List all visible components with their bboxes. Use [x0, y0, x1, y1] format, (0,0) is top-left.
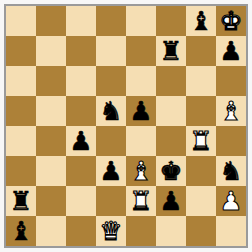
white-rook[interactable]: ♜: [186, 126, 216, 156]
square-b3[interactable]: [36, 156, 66, 186]
square-e7[interactable]: [126, 36, 156, 66]
square-b1[interactable]: [36, 216, 66, 246]
square-c2[interactable]: [66, 186, 96, 216]
white-bishop[interactable]: ♝: [216, 96, 246, 126]
square-c7[interactable]: [66, 36, 96, 66]
black-pawn[interactable]: ♟: [96, 156, 126, 186]
square-g2[interactable]: [186, 186, 216, 216]
square-b7[interactable]: [36, 36, 66, 66]
square-g8[interactable]: ♝: [186, 6, 216, 36]
square-a1[interactable]: ♝: [6, 216, 36, 246]
square-g4[interactable]: ♜: [186, 126, 216, 156]
black-knight[interactable]: ♞: [96, 96, 126, 126]
black-pawn[interactable]: ♟: [156, 186, 186, 216]
white-pawn[interactable]: ♟: [216, 186, 246, 216]
square-c4[interactable]: ♟: [66, 126, 96, 156]
square-c6[interactable]: [66, 66, 96, 96]
square-f3[interactable]: ♚: [156, 156, 186, 186]
square-g7[interactable]: [186, 36, 216, 66]
square-h3[interactable]: ♞: [216, 156, 246, 186]
square-h1[interactable]: [216, 216, 246, 246]
square-e5[interactable]: ♟: [126, 96, 156, 126]
black-knight[interactable]: ♞: [216, 156, 246, 186]
square-d4[interactable]: [96, 126, 126, 156]
black-pawn[interactable]: ♟: [126, 96, 156, 126]
square-h7[interactable]: ♟: [216, 36, 246, 66]
square-e8[interactable]: [126, 6, 156, 36]
square-a6[interactable]: [6, 66, 36, 96]
square-g5[interactable]: [186, 96, 216, 126]
black-rook[interactable]: ♜: [156, 36, 186, 66]
black-rook[interactable]: ♜: [6, 186, 36, 216]
square-d8[interactable]: [96, 6, 126, 36]
square-b5[interactable]: [36, 96, 66, 126]
square-f1[interactable]: [156, 216, 186, 246]
square-a2[interactable]: ♜: [6, 186, 36, 216]
square-f7[interactable]: ♜: [156, 36, 186, 66]
black-pawn[interactable]: ♟: [216, 36, 246, 66]
square-h8[interactable]: ♚: [216, 6, 246, 36]
square-b8[interactable]: [36, 6, 66, 36]
square-h6[interactable]: [216, 66, 246, 96]
white-rook[interactable]: ♜: [126, 186, 156, 216]
black-bishop[interactable]: ♝: [186, 6, 216, 36]
white-bishop[interactable]: ♝: [126, 156, 156, 186]
square-c3[interactable]: [66, 156, 96, 186]
square-h5[interactable]: ♝: [216, 96, 246, 126]
square-e6[interactable]: [126, 66, 156, 96]
square-a3[interactable]: [6, 156, 36, 186]
square-f4[interactable]: [156, 126, 186, 156]
black-king[interactable]: ♚: [156, 156, 186, 186]
square-h4[interactable]: [216, 126, 246, 156]
white-queen[interactable]: ♛: [96, 216, 126, 246]
chess-board-border: ♝♚♜♟♞♟♝♟♜♟♝♚♞♜♜♟♟♝♛: [4, 4, 248, 248]
square-e4[interactable]: [126, 126, 156, 156]
square-e2[interactable]: ♜: [126, 186, 156, 216]
square-e1[interactable]: [126, 216, 156, 246]
square-d5[interactable]: ♞: [96, 96, 126, 126]
chess-board-frame: ♝♚♜♟♞♟♝♟♜♟♝♚♞♜♜♟♟♝♛: [0, 0, 252, 252]
square-c1[interactable]: [66, 216, 96, 246]
square-d2[interactable]: [96, 186, 126, 216]
square-d3[interactable]: ♟: [96, 156, 126, 186]
square-a5[interactable]: [6, 96, 36, 126]
square-e3[interactable]: ♝: [126, 156, 156, 186]
square-h2[interactable]: ♟: [216, 186, 246, 216]
square-f5[interactable]: [156, 96, 186, 126]
square-b2[interactable]: [36, 186, 66, 216]
square-a7[interactable]: [6, 36, 36, 66]
square-a8[interactable]: [6, 6, 36, 36]
square-g3[interactable]: [186, 156, 216, 186]
square-b6[interactable]: [36, 66, 66, 96]
white-king[interactable]: ♚: [216, 6, 246, 36]
square-g6[interactable]: [186, 66, 216, 96]
square-g1[interactable]: [186, 216, 216, 246]
chess-board: ♝♚♜♟♞♟♝♟♜♟♝♚♞♜♜♟♟♝♛: [6, 6, 246, 246]
square-d1[interactable]: ♛: [96, 216, 126, 246]
square-f6[interactable]: [156, 66, 186, 96]
black-pawn[interactable]: ♟: [66, 126, 96, 156]
square-b4[interactable]: [36, 126, 66, 156]
square-d6[interactable]: [96, 66, 126, 96]
square-a4[interactable]: [6, 126, 36, 156]
square-c5[interactable]: [66, 96, 96, 126]
square-d7[interactable]: [96, 36, 126, 66]
square-f2[interactable]: ♟: [156, 186, 186, 216]
square-c8[interactable]: [66, 6, 96, 36]
black-bishop[interactable]: ♝: [6, 216, 36, 246]
square-f8[interactable]: [156, 6, 186, 36]
